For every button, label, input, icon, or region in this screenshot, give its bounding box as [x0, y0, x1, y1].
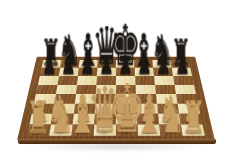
square-a1[interactable]: ♜	[27, 124, 51, 135]
square-b7[interactable]: ♟	[59, 68, 79, 76]
board-ground-shadow	[24, 143, 210, 150]
white-rook[interactable]: ♜	[181, 100, 206, 136]
board-grid: ♜♞♝♛♚♝♞♜♟♟♟♟♟♟♟♟♟♟♟♟♟♟♟♟♜♞♝♛♚♝♞♜	[27, 60, 205, 136]
square-h1[interactable]: ♜	[181, 124, 205, 135]
black-pawn[interactable]: ♟	[42, 54, 57, 75]
chess-board: ♜♞♝♛♚♝♞♜♟♟♟♟♟♟♟♟♟♟♟♟♟♟♟♟♜♞♝♛♚♝♞♜	[17, 57, 215, 141]
white-rook[interactable]: ♜	[26, 100, 51, 136]
square-a7[interactable]: ♟	[40, 68, 60, 76]
board-perspective-wrapper: ♜♞♝♛♚♝♞♜♟♟♟♟♟♟♟♟♟♟♟♟♟♟♟♟♜♞♝♛♚♝♞♜	[17, 57, 215, 141]
black-pawn[interactable]: ♟	[175, 54, 190, 75]
black-pawn[interactable]: ♟	[61, 54, 76, 75]
square-h7[interactable]: ♟	[172, 68, 192, 76]
white-bishop[interactable]: ♝	[68, 93, 98, 136]
black-pawn[interactable]: ♟	[156, 54, 171, 75]
square-c1[interactable]: ♝	[72, 124, 95, 135]
chess-board-photo: ♜♞♝♛♚♝♞♜♟♟♟♟♟♟♟♟♟♟♟♟♟♟♟♟♜♞♝♛♚♝♞♜	[0, 0, 233, 156]
square-f1[interactable]: ♝	[138, 124, 161, 135]
square-g7[interactable]: ♟	[153, 68, 173, 76]
white-bishop[interactable]: ♝	[135, 93, 165, 136]
